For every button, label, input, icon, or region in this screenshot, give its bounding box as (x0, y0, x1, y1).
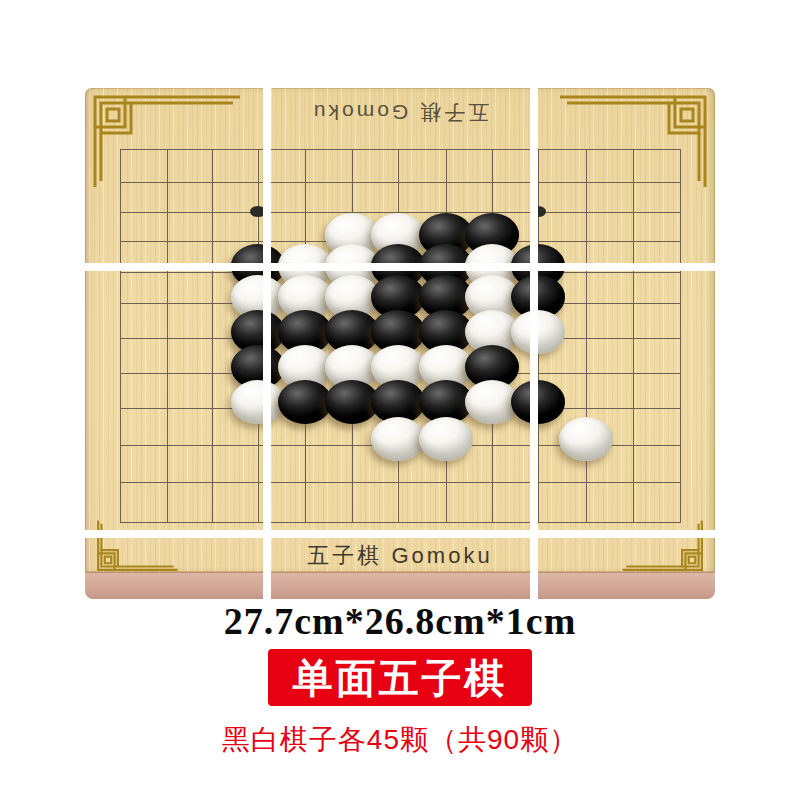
product-banner: 单面五子棋 (268, 649, 532, 706)
grid-line-v (120, 149, 121, 523)
grid-line-h (120, 182, 681, 183)
white-stone (419, 417, 473, 461)
collage-separator (58, 530, 742, 538)
black-stone (278, 380, 332, 424)
board-title-bottom: 五子棋 Gomoku (85, 541, 715, 571)
grid-line-v (212, 149, 213, 523)
board-grid (85, 88, 715, 572)
grid-line-v (680, 149, 681, 523)
collage-separator (58, 263, 742, 271)
collage-separator (263, 80, 271, 608)
collage-separator (530, 80, 538, 608)
piece-count-note: 黑白棋子各45颗（共90颗） (0, 721, 800, 759)
grid-line-v (586, 149, 587, 523)
grid-line-v (633, 149, 634, 523)
grid-line-h (120, 522, 681, 523)
grid-line-h (120, 482, 681, 483)
white-stone (371, 417, 425, 461)
white-stone (511, 310, 565, 354)
white-stone (559, 417, 613, 461)
grid-line-v (167, 149, 168, 523)
black-stone (511, 380, 565, 424)
product-image-page: 五子棋 Gomoku 五子棋 Gomoku 27.7cm*26.8cm*1cm … (0, 0, 800, 800)
grid-line-h (120, 149, 681, 150)
board-side-edge (85, 572, 715, 599)
gomoku-board: 五子棋 Gomoku 五子棋 Gomoku (85, 88, 715, 572)
product-dimensions: 27.7cm*26.8cm*1cm (0, 599, 800, 643)
white-stone (231, 380, 285, 424)
